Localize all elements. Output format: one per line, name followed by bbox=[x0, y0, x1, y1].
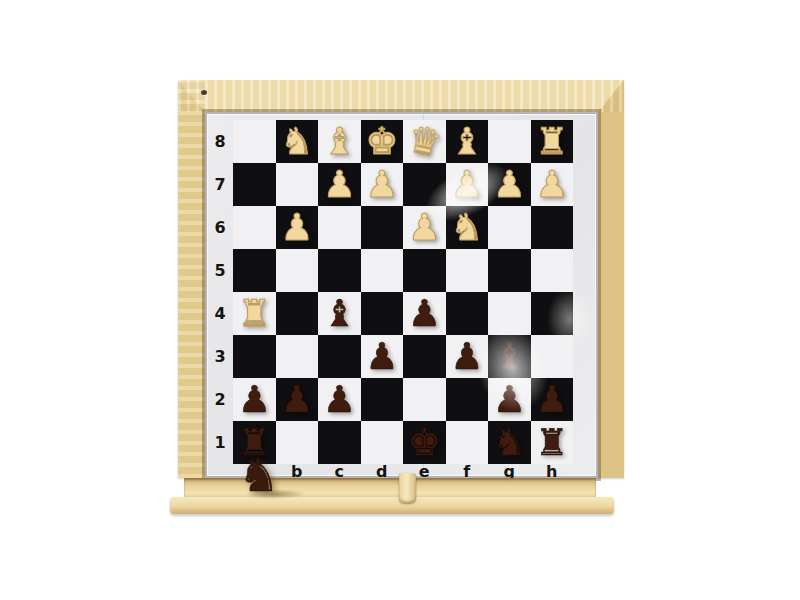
piece-black-pawn[interactable]: ♟ bbox=[365, 338, 398, 375]
piece-white-pawn[interactable]: ♟ bbox=[535, 166, 568, 203]
square-f1[interactable] bbox=[446, 421, 489, 464]
square-b4[interactable] bbox=[276, 292, 319, 335]
square-c3[interactable] bbox=[318, 335, 361, 378]
piece-white-knight[interactable]: ♞ bbox=[450, 209, 483, 246]
square-f3[interactable]: ♟ bbox=[446, 335, 489, 378]
nail-dot bbox=[201, 90, 207, 95]
square-h1[interactable]: ♜ bbox=[531, 421, 574, 464]
square-g7[interactable]: ♟ bbox=[488, 163, 531, 206]
piece-black-bishop[interactable]: ♝ bbox=[493, 338, 526, 375]
piece-black-pawn[interactable]: ♟ bbox=[493, 381, 526, 418]
square-d5[interactable] bbox=[361, 249, 404, 292]
captured-tray: ♞ bbox=[238, 452, 279, 498]
square-h8[interactable]: ♜ bbox=[531, 120, 574, 163]
file-label-h: h bbox=[531, 464, 574, 479]
square-h7[interactable]: ♟ bbox=[531, 163, 574, 206]
piece-black-pawn[interactable]: ♟ bbox=[323, 381, 356, 418]
square-b8[interactable]: ♞ bbox=[276, 120, 319, 163]
rank-label-6: 6 bbox=[209, 206, 231, 249]
piece-white-rook[interactable]: ♜ bbox=[535, 123, 568, 160]
square-b3[interactable] bbox=[276, 335, 319, 378]
square-b1[interactable] bbox=[276, 421, 319, 464]
square-d8[interactable]: ♚ bbox=[361, 120, 404, 163]
file-label-d: d bbox=[361, 464, 404, 479]
ledge-knob bbox=[399, 473, 416, 503]
square-b7[interactable] bbox=[276, 163, 319, 206]
square-e3[interactable] bbox=[403, 335, 446, 378]
square-c1[interactable] bbox=[318, 421, 361, 464]
piece-white-pawn[interactable]: ♟ bbox=[408, 209, 441, 246]
square-f8[interactable]: ♝ bbox=[446, 120, 489, 163]
square-b5[interactable] bbox=[276, 249, 319, 292]
square-e8[interactable]: ♛ bbox=[403, 120, 446, 163]
square-c5[interactable] bbox=[318, 249, 361, 292]
rank-label-5: 5 bbox=[209, 249, 231, 292]
piece-black-king[interactable]: ♚ bbox=[408, 424, 441, 461]
square-h6[interactable] bbox=[531, 206, 574, 249]
square-e4[interactable]: ♟ bbox=[403, 292, 446, 335]
square-c8[interactable]: ♝ bbox=[318, 120, 361, 163]
piece-ledge bbox=[170, 497, 614, 514]
square-c6[interactable] bbox=[318, 206, 361, 249]
file-label-c: c bbox=[318, 464, 361, 479]
piece-white-pawn[interactable]: ♟ bbox=[493, 166, 526, 203]
square-f6[interactable]: ♞ bbox=[446, 206, 489, 249]
square-a2[interactable]: ♟ bbox=[233, 378, 276, 421]
piece-black-pawn[interactable]: ♟ bbox=[238, 381, 271, 418]
square-h5[interactable] bbox=[531, 249, 574, 292]
square-d6[interactable] bbox=[361, 206, 404, 249]
square-d4[interactable] bbox=[361, 292, 404, 335]
piece-white-rook[interactable]: ♜ bbox=[238, 295, 271, 332]
square-h3[interactable] bbox=[531, 335, 574, 378]
board-grid[interactable]: ♞♝♚♛♝♜♟♟♟♟♟♟♟♞♜♝♟♟♟♝♟♟♟♟♟♜♚♞♜ bbox=[233, 120, 573, 464]
square-f7[interactable]: ♟ bbox=[446, 163, 489, 206]
piece-white-bishop[interactable]: ♝ bbox=[323, 123, 356, 160]
rank-label-2: 2 bbox=[209, 378, 231, 421]
square-e5[interactable] bbox=[403, 249, 446, 292]
file-label-g: g bbox=[488, 464, 531, 479]
square-c2[interactable]: ♟ bbox=[318, 378, 361, 421]
square-c4[interactable]: ♝ bbox=[318, 292, 361, 335]
piece-white-pawn[interactable]: ♟ bbox=[365, 166, 398, 203]
piece-black-knight[interactable]: ♞ bbox=[493, 424, 526, 461]
square-e1[interactable]: ♚ bbox=[403, 421, 446, 464]
piece-black-pawn[interactable]: ♟ bbox=[535, 381, 568, 418]
square-h4[interactable] bbox=[531, 292, 574, 335]
piece-black-pawn[interactable]: ♟ bbox=[408, 295, 441, 332]
piece-black-rook[interactable]: ♜ bbox=[535, 424, 568, 461]
piece-white-pawn[interactable]: ♟ bbox=[323, 166, 356, 203]
file-label-b: b bbox=[276, 464, 319, 479]
piece-white-queen[interactable]: ♛ bbox=[404, 120, 444, 163]
piece-white-pawn[interactable]: ♟ bbox=[450, 166, 483, 203]
rank-label-3: 3 bbox=[209, 335, 231, 378]
rank-label-8: 8 bbox=[209, 120, 231, 163]
square-f5[interactable] bbox=[446, 249, 489, 292]
piece-black-bishop[interactable]: ♝ bbox=[323, 295, 356, 332]
square-a6[interactable] bbox=[233, 206, 276, 249]
square-g4[interactable] bbox=[488, 292, 531, 335]
file-label-f: f bbox=[446, 464, 489, 479]
square-g2[interactable]: ♟ bbox=[488, 378, 531, 421]
square-e6[interactable]: ♟ bbox=[403, 206, 446, 249]
square-e7[interactable] bbox=[403, 163, 446, 206]
square-g8[interactable] bbox=[488, 120, 531, 163]
piece-white-king[interactable]: ♚ bbox=[365, 123, 398, 160]
square-f2[interactable] bbox=[446, 378, 489, 421]
square-g3[interactable]: ♝ bbox=[488, 335, 531, 378]
piece-black-pawn[interactable]: ♟ bbox=[450, 338, 483, 375]
piece-white-pawn[interactable]: ♟ bbox=[280, 209, 313, 246]
square-d7[interactable]: ♟ bbox=[361, 163, 404, 206]
square-a5[interactable] bbox=[233, 249, 276, 292]
magnetic-board-panel: 87654321 ♞♝♚♛♝♜♟♟♟♟♟♟♟♞♜♝♟♟♟♝♟♟♟♟♟♜♚♞♜ a… bbox=[205, 112, 598, 478]
rank-label-1: 1 bbox=[209, 421, 231, 464]
square-d1[interactable] bbox=[361, 421, 404, 464]
square-d2[interactable] bbox=[361, 378, 404, 421]
square-b6[interactable]: ♟ bbox=[276, 206, 319, 249]
rank-label-7: 7 bbox=[209, 163, 231, 206]
square-b2[interactable]: ♟ bbox=[276, 378, 319, 421]
rank-label-4: 4 bbox=[209, 292, 231, 335]
square-a8[interactable] bbox=[233, 120, 276, 163]
square-e2[interactable] bbox=[403, 378, 446, 421]
square-d3[interactable]: ♟ bbox=[361, 335, 404, 378]
rank-labels: 87654321 bbox=[209, 120, 231, 464]
square-h2[interactable]: ♟ bbox=[531, 378, 574, 421]
square-g6[interactable] bbox=[488, 206, 531, 249]
piece-white-knight[interactable]: ♞ bbox=[280, 123, 313, 160]
square-c7[interactable]: ♟ bbox=[318, 163, 361, 206]
piece-black-pawn[interactable]: ♟ bbox=[280, 381, 313, 418]
square-g1[interactable]: ♞ bbox=[488, 421, 531, 464]
captured-piece-black-knight[interactable]: ♞ bbox=[238, 448, 279, 502]
square-a3[interactable] bbox=[233, 335, 276, 378]
piece-white-bishop[interactable]: ♝ bbox=[450, 123, 483, 160]
square-a4[interactable]: ♜ bbox=[233, 292, 276, 335]
square-a7[interactable] bbox=[233, 163, 276, 206]
square-f4[interactable] bbox=[446, 292, 489, 335]
square-g5[interactable] bbox=[488, 249, 531, 292]
